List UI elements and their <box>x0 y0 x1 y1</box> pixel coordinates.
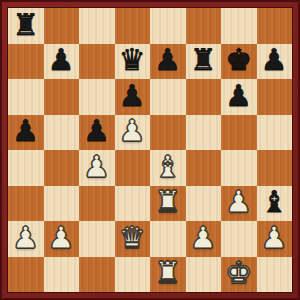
piece-white-rook[interactable]: ♜ <box>154 187 181 217</box>
square-d7[interactable]: ♛ <box>115 44 151 80</box>
piece-white-pawn[interactable]: ♟ <box>261 223 288 253</box>
square-h7[interactable]: ♟ <box>257 44 293 80</box>
square-d3[interactable] <box>115 186 151 222</box>
piece-white-bishop[interactable]: ♝ <box>154 152 181 182</box>
square-e5[interactable] <box>150 115 186 151</box>
square-g7[interactable]: ♚ <box>221 44 257 80</box>
square-e6[interactable] <box>150 79 186 115</box>
piece-white-king[interactable]: ♚ <box>225 258 252 288</box>
square-c5[interactable]: ♟ <box>79 115 115 151</box>
square-b6[interactable] <box>44 79 80 115</box>
piece-black-pawn[interactable]: ♟ <box>119 81 146 111</box>
piece-black-king[interactable]: ♚ <box>225 45 252 75</box>
square-a1[interactable] <box>8 257 44 293</box>
square-c2[interactable] <box>79 221 115 257</box>
square-a8[interactable]: ♜ <box>8 8 44 44</box>
piece-black-pawn[interactable]: ♟ <box>83 116 110 146</box>
square-d1[interactable] <box>115 257 151 293</box>
piece-white-rook[interactable]: ♜ <box>154 258 181 288</box>
square-h8[interactable] <box>257 8 293 44</box>
square-g5[interactable] <box>221 115 257 151</box>
square-e2[interactable] <box>150 221 186 257</box>
square-b7[interactable]: ♟ <box>44 44 80 80</box>
square-d4[interactable] <box>115 150 151 186</box>
square-g3[interactable]: ♟ <box>221 186 257 222</box>
square-c6[interactable] <box>79 79 115 115</box>
square-g1[interactable]: ♚ <box>221 257 257 293</box>
square-f5[interactable] <box>186 115 222 151</box>
square-h1[interactable] <box>257 257 293 293</box>
piece-black-pawn[interactable]: ♟ <box>48 45 75 75</box>
square-d5[interactable]: ♟ <box>115 115 151 151</box>
square-a3[interactable] <box>8 186 44 222</box>
piece-black-rook[interactable]: ♜ <box>190 45 217 75</box>
square-c1[interactable] <box>79 257 115 293</box>
square-b8[interactable] <box>44 8 80 44</box>
square-d8[interactable] <box>115 8 151 44</box>
square-g2[interactable] <box>221 221 257 257</box>
square-e1[interactable]: ♜ <box>150 257 186 293</box>
piece-white-pawn[interactable]: ♟ <box>83 152 110 182</box>
square-h3[interactable]: ♝ <box>257 186 293 222</box>
board-frame: ♜♟♛♟♜♚♟♟♟♟♟♟♟♝♜♟♝♟♟♛♟♟♜♚ <box>0 0 300 300</box>
square-e8[interactable] <box>150 8 186 44</box>
square-f2[interactable]: ♟ <box>186 221 222 257</box>
chess-board: ♜♟♛♟♜♚♟♟♟♟♟♟♟♝♜♟♝♟♟♛♟♟♜♚ <box>8 8 292 292</box>
square-a7[interactable] <box>8 44 44 80</box>
piece-white-pawn[interactable]: ♟ <box>225 187 252 217</box>
piece-black-pawn[interactable]: ♟ <box>154 45 181 75</box>
square-b3[interactable] <box>44 186 80 222</box>
square-c3[interactable] <box>79 186 115 222</box>
square-d6[interactable]: ♟ <box>115 79 151 115</box>
square-f8[interactable] <box>186 8 222 44</box>
piece-black-bishop[interactable]: ♝ <box>261 187 288 217</box>
piece-white-pawn[interactable]: ♟ <box>119 116 146 146</box>
square-b2[interactable]: ♟ <box>44 221 80 257</box>
square-h4[interactable] <box>257 150 293 186</box>
square-b4[interactable] <box>44 150 80 186</box>
piece-white-queen[interactable]: ♛ <box>119 223 146 253</box>
piece-black-pawn[interactable]: ♟ <box>12 116 39 146</box>
square-g8[interactable] <box>221 8 257 44</box>
square-b1[interactable] <box>44 257 80 293</box>
square-f3[interactable] <box>186 186 222 222</box>
square-f7[interactable]: ♜ <box>186 44 222 80</box>
square-e4[interactable]: ♝ <box>150 150 186 186</box>
square-g6[interactable]: ♟ <box>221 79 257 115</box>
piece-white-pawn[interactable]: ♟ <box>190 223 217 253</box>
piece-black-pawn[interactable]: ♟ <box>225 81 252 111</box>
square-h5[interactable] <box>257 115 293 151</box>
square-b5[interactable] <box>44 115 80 151</box>
square-a2[interactable]: ♟ <box>8 221 44 257</box>
square-g4[interactable] <box>221 150 257 186</box>
square-c8[interactable] <box>79 8 115 44</box>
square-e7[interactable]: ♟ <box>150 44 186 80</box>
square-a4[interactable] <box>8 150 44 186</box>
square-f6[interactable] <box>186 79 222 115</box>
piece-white-pawn[interactable]: ♟ <box>12 223 39 253</box>
square-c7[interactable] <box>79 44 115 80</box>
square-d2[interactable]: ♛ <box>115 221 151 257</box>
piece-black-rook[interactable]: ♜ <box>12 10 39 40</box>
piece-black-queen[interactable]: ♛ <box>119 45 146 75</box>
square-h2[interactable]: ♟ <box>257 221 293 257</box>
piece-white-pawn[interactable]: ♟ <box>48 223 75 253</box>
square-e3[interactable]: ♜ <box>150 186 186 222</box>
square-f4[interactable] <box>186 150 222 186</box>
square-a5[interactable]: ♟ <box>8 115 44 151</box>
square-a6[interactable] <box>8 79 44 115</box>
piece-black-pawn[interactable]: ♟ <box>261 45 288 75</box>
square-f1[interactable] <box>186 257 222 293</box>
square-c4[interactable]: ♟ <box>79 150 115 186</box>
square-h6[interactable] <box>257 79 293 115</box>
